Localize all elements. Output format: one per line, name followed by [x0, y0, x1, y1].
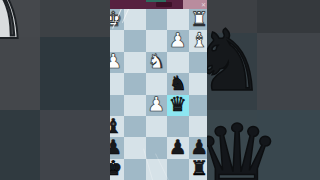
square-r2c5[interactable]: ♝: [189, 30, 208, 51]
square-r1c2[interactable]: [124, 9, 146, 30]
background-square: [257, 33, 320, 110]
black-bishop-piece[interactable]: ♝: [110, 115, 122, 135]
background-square: [0, 110, 40, 180]
square-r3c2[interactable]: [124, 52, 146, 73]
black-pawn-piece[interactable]: ♟: [110, 137, 122, 157]
chess-board: ♚♜♟♝♟♞♞♟♛♝♟♟♟♚♜: [110, 9, 207, 180]
square-r8c4[interactable]: [167, 159, 189, 180]
square-r5c3[interactable]: ♟: [146, 95, 168, 116]
black-queen-piece[interactable]: ♛: [169, 94, 187, 114]
white-pawn-piece[interactable]: ♟: [169, 30, 187, 50]
white-pawn-piece[interactable]: ♟: [110, 51, 122, 71]
square-r5c2[interactable]: [124, 95, 146, 116]
white-knight-piece[interactable]: ♞: [147, 51, 165, 71]
square-r6c2[interactable]: [124, 116, 146, 137]
square-r3c1[interactable]: ♟: [110, 52, 124, 73]
square-r3c5[interactable]: [189, 52, 208, 73]
square-r3c3[interactable]: ♞: [146, 52, 168, 73]
square-r6c3[interactable]: [146, 116, 168, 137]
square-r8c2[interactable]: [124, 159, 146, 180]
background-square: [40, 0, 110, 37]
black-king-piece[interactable]: ♚: [110, 158, 122, 178]
square-r1c3[interactable]: [146, 9, 168, 30]
black-pawn-piece[interactable]: ♟: [169, 137, 187, 157]
square-r2c4[interactable]: ♟: [167, 30, 189, 51]
white-rook-piece[interactable]: ♜: [190, 8, 207, 28]
square-r7c3[interactable]: [146, 137, 168, 158]
square-r8c5[interactable]: ♜: [189, 159, 208, 180]
square-r8c1[interactable]: ♚: [110, 159, 124, 180]
square-r5c4[interactable]: ♛: [167, 95, 189, 116]
video-edge-sliver: [146, 0, 166, 2]
ad-banner-side[interactable]: ✕: [183, 0, 207, 9]
white-piece-fragment-icon: ♞: [0, 0, 33, 53]
black-knight-piece[interactable]: ♞: [169, 73, 187, 93]
square-r4c1[interactable]: [110, 73, 124, 94]
video-frame: ♞ ♞ ♛ ✕ ♚♜♟♝♟♞♞♟♛♝♟♟♟♚♜: [0, 0, 320, 180]
ad-close-icon[interactable]: ✕: [201, 0, 206, 9]
white-bishop-piece[interactable]: ♝: [190, 30, 207, 50]
ad-banner-text-smudge: [156, 2, 172, 7]
white-pawn-piece[interactable]: ♟: [147, 94, 165, 114]
square-r4c2[interactable]: [124, 73, 146, 94]
black-pawn-piece[interactable]: ♟: [190, 137, 207, 157]
square-r1c1[interactable]: ♚: [110, 9, 124, 30]
background-square: [40, 37, 110, 110]
background-square: [257, 0, 320, 33]
video-strip: ✕ ♚♜♟♝♟♞♞♟♛♝♟♟♟♚♜: [110, 0, 207, 180]
white-king-piece[interactable]: ♚: [110, 8, 122, 28]
square-r4c5[interactable]: [189, 73, 208, 94]
black-rook-piece[interactable]: ♜: [190, 158, 207, 178]
square-r7c4[interactable]: ♟: [167, 137, 189, 158]
square-r8c3[interactable]: [146, 159, 168, 180]
square-r5c5[interactable]: [189, 95, 208, 116]
background-square: [40, 110, 110, 180]
square-r7c2[interactable]: [124, 137, 146, 158]
square-r2c2[interactable]: [124, 30, 146, 51]
